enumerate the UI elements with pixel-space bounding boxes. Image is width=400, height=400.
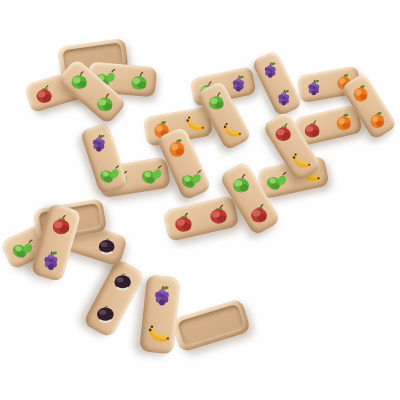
plum-icon xyxy=(95,235,118,258)
orange-icon xyxy=(166,136,189,159)
domino-tile-back[interactable] xyxy=(171,298,251,353)
domino-tile[interactable] xyxy=(82,258,145,338)
green-apple-icon xyxy=(68,69,90,91)
green-apple-icon xyxy=(94,91,116,113)
red-apple-icon xyxy=(49,212,73,236)
red-apple-icon xyxy=(301,118,322,139)
grapes-icon xyxy=(260,59,280,79)
green-apple-icon xyxy=(128,69,150,91)
fruit-dominoes-photo xyxy=(0,0,400,400)
grapes-icon xyxy=(228,72,249,93)
banana-icon xyxy=(290,149,312,171)
banana-icon xyxy=(183,112,205,134)
orange-icon xyxy=(333,111,354,132)
orange-icon xyxy=(350,82,371,103)
domino-tile[interactable] xyxy=(80,122,129,194)
domino-tile[interactable] xyxy=(139,274,181,354)
plum-icon xyxy=(93,302,117,326)
banana-icon xyxy=(221,119,242,140)
grapes-icon xyxy=(39,248,63,272)
red-apple-icon xyxy=(172,210,196,234)
domino-tile[interactable] xyxy=(251,49,303,116)
domino-half-banana xyxy=(139,312,177,354)
plum-icon xyxy=(111,270,135,294)
banana-icon xyxy=(145,320,170,345)
green-apple-icon xyxy=(206,90,227,111)
red-apple-icon xyxy=(33,83,55,105)
grapes-icon xyxy=(304,77,324,97)
grapes-icon xyxy=(88,131,110,153)
red-apple-icon xyxy=(272,121,294,143)
pear-icon xyxy=(180,167,203,190)
domino-tile[interactable] xyxy=(162,194,239,241)
red-apple-icon xyxy=(207,202,231,226)
pear-icon xyxy=(265,169,288,192)
pear-icon xyxy=(98,163,120,185)
domino-half-pear xyxy=(132,156,171,192)
pear-icon xyxy=(140,163,163,186)
green-apple-icon xyxy=(229,171,252,194)
red-apple-icon xyxy=(248,202,271,225)
grapes-icon xyxy=(274,87,294,107)
tile-back-recess xyxy=(177,303,245,347)
orange-icon xyxy=(367,109,388,130)
domino-half-grapes xyxy=(296,71,331,103)
domino-half-green-apple xyxy=(121,64,157,97)
domino-half-grapes xyxy=(143,274,181,316)
pear-icon xyxy=(11,237,34,260)
grapes-icon xyxy=(149,282,174,307)
